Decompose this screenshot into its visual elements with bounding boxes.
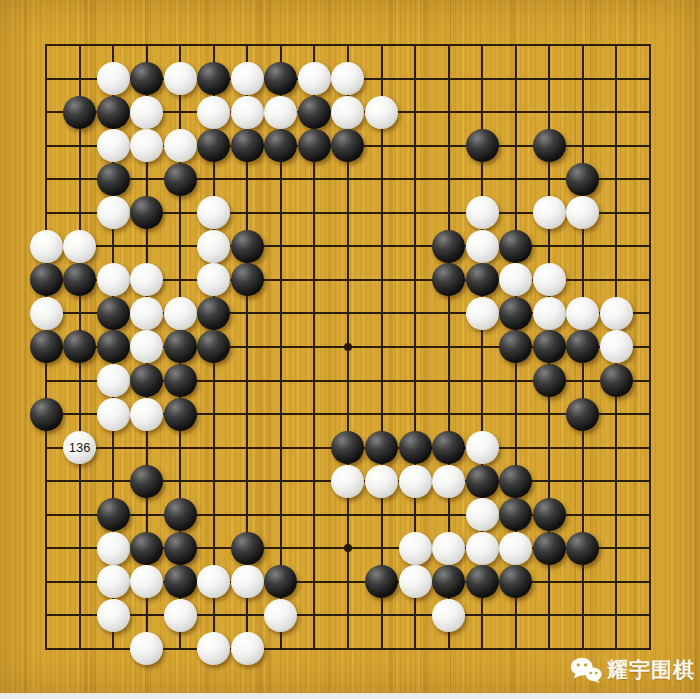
black-stone [231,263,264,296]
white-stone [432,465,465,498]
white-stone [30,230,63,263]
black-stone [97,498,130,531]
grid-line-vertical [649,44,651,650]
bottom-strip [0,693,700,699]
black-stone [533,498,566,531]
white-stone [97,599,130,632]
white-stone [197,230,230,263]
black-stone [466,263,499,296]
black-stone [533,532,566,565]
black-stone [164,364,197,397]
white-stone [331,465,364,498]
black-stone [164,163,197,196]
black-stone [432,230,465,263]
black-stone [566,163,599,196]
white-stone [365,465,398,498]
white-stone [264,599,297,632]
black-stone [231,230,264,263]
grid-line-vertical [381,44,383,650]
white-stone [533,263,566,296]
white-stone [97,398,130,431]
white-stone [30,297,63,330]
white-stone [566,297,599,330]
black-stone [499,297,532,330]
black-stone [164,398,197,431]
brand-watermark: 耀宇围棋 [570,654,695,686]
white-stone [533,297,566,330]
black-stone [30,263,63,296]
white-stone [197,96,230,129]
white-stone [466,196,499,229]
black-stone [466,465,499,498]
black-stone [164,532,197,565]
white-stone [499,532,532,565]
white-stone [231,632,264,665]
black-stone [97,330,130,363]
black-stone [130,62,163,95]
white-stone: 136 [63,431,96,464]
go-diagram-screenshot: 136 耀宇围棋 [0,0,700,699]
black-stone [63,96,96,129]
black-stone [164,330,197,363]
black-stone [600,364,633,397]
white-stone [63,230,96,263]
black-stone [533,364,566,397]
white-stone [231,96,264,129]
black-stone [130,364,163,397]
black-stone [97,96,130,129]
black-stone [30,398,63,431]
white-stone [533,196,566,229]
black-stone [499,230,532,263]
black-stone [466,565,499,598]
black-stone [164,498,197,531]
white-stone [365,96,398,129]
black-stone [298,129,331,162]
black-stone [499,465,532,498]
grid-line-horizontal [45,614,651,616]
white-stone [432,599,465,632]
black-stone [197,297,230,330]
white-stone [600,297,633,330]
white-stone [231,565,264,598]
white-stone [164,599,197,632]
white-stone [97,532,130,565]
move-number-label: 136 [69,441,91,454]
white-stone [164,297,197,330]
white-stone [97,129,130,162]
white-stone [399,532,432,565]
white-stone [466,230,499,263]
white-stone [130,96,163,129]
white-stone [97,364,130,397]
white-stone [164,129,197,162]
black-stone [231,129,264,162]
black-stone [466,129,499,162]
black-stone [399,431,432,464]
white-stone [399,565,432,598]
black-stone [432,431,465,464]
black-stone [533,330,566,363]
white-stone [97,263,130,296]
white-stone [97,62,130,95]
white-stone [432,532,465,565]
black-stone [97,163,130,196]
black-stone [533,129,566,162]
black-stone [30,330,63,363]
white-stone [466,498,499,531]
black-stone [566,532,599,565]
white-stone [231,62,264,95]
star-point [344,343,352,351]
brand-name: 耀宇围棋 [607,656,695,684]
white-stone [130,398,163,431]
black-stone [566,398,599,431]
black-stone [298,96,331,129]
white-stone [264,96,297,129]
black-stone [164,565,197,598]
white-stone [466,431,499,464]
white-stone [97,565,130,598]
white-stone [399,465,432,498]
white-stone [130,297,163,330]
white-stone [298,62,331,95]
white-stone [331,96,364,129]
black-stone [130,465,163,498]
black-stone [365,431,398,464]
wechat-icon [570,656,602,684]
black-stone [97,297,130,330]
white-stone [97,196,130,229]
white-stone [466,297,499,330]
white-stone [466,532,499,565]
white-stone [164,62,197,95]
black-stone [130,532,163,565]
black-stone [231,532,264,565]
